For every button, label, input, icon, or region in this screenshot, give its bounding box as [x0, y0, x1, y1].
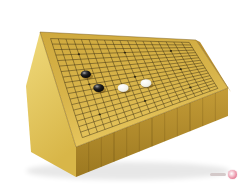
watermark [210, 170, 237, 179]
goban-photo [0, 0, 240, 184]
stone-black-2 [93, 84, 104, 92]
watermark-text [210, 173, 226, 176]
stone-white-4 [140, 79, 151, 87]
stone-black-1 [81, 70, 91, 78]
stone-highlight [83, 72, 86, 74]
watermark-logo-icon [228, 170, 237, 179]
stone-highlight [95, 86, 98, 88]
product-photo [0, 0, 240, 184]
stone-white-3 [118, 84, 129, 92]
